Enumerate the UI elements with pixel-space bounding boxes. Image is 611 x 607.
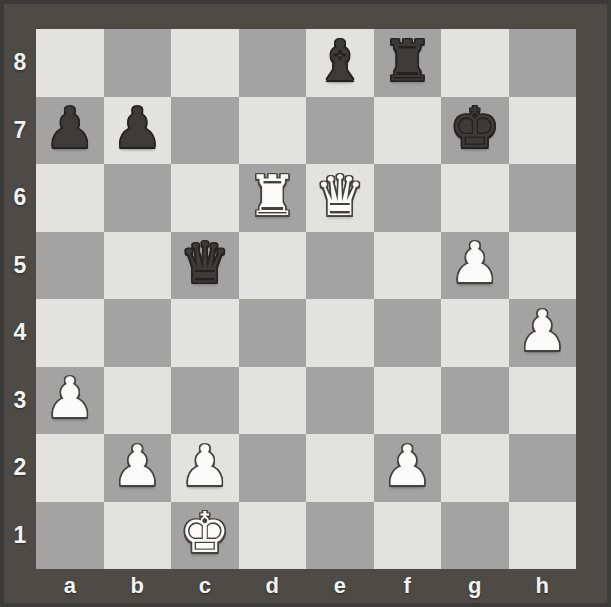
square-c4[interactable]	[171, 299, 239, 367]
square-g1[interactable]	[441, 502, 509, 570]
square-e3[interactable]	[306, 367, 374, 435]
file-label-e: e	[306, 569, 374, 603]
square-d7[interactable]	[239, 97, 307, 165]
square-g3[interactable]	[441, 367, 509, 435]
square-h3[interactable]	[509, 367, 577, 435]
square-a5[interactable]	[36, 232, 104, 300]
piece-white-queen[interactable]: ♛	[315, 168, 365, 224]
square-d5[interactable]	[239, 232, 307, 300]
piece-white-pawn[interactable]: ♟	[450, 235, 500, 291]
piece-white-pawn[interactable]: ♟	[45, 370, 95, 426]
square-b7[interactable]: ♟	[104, 97, 172, 165]
square-h8[interactable]	[509, 29, 577, 97]
square-b4[interactable]	[104, 299, 172, 367]
square-f5[interactable]	[374, 232, 442, 300]
square-e7[interactable]	[306, 97, 374, 165]
piece-black-pawn[interactable]: ♟	[45, 100, 95, 156]
square-b3[interactable]	[104, 367, 172, 435]
square-f4[interactable]	[374, 299, 442, 367]
piece-black-bishop[interactable]: ♝	[315, 33, 365, 89]
square-f8[interactable]: ♜	[374, 29, 442, 97]
square-g8[interactable]	[441, 29, 509, 97]
square-f2[interactable]: ♟	[374, 434, 442, 502]
square-a1[interactable]	[36, 502, 104, 570]
square-e1[interactable]	[306, 502, 374, 570]
square-c7[interactable]	[171, 97, 239, 165]
piece-black-queen[interactable]: ♛	[180, 235, 230, 291]
square-h4[interactable]: ♟	[509, 299, 577, 367]
piece-black-pawn[interactable]: ♟	[112, 100, 162, 156]
square-d8[interactable]	[239, 29, 307, 97]
square-g2[interactable]	[441, 434, 509, 502]
square-h6[interactable]	[509, 164, 577, 232]
rank-labels: 87654321	[4, 29, 36, 569]
file-label-d: d	[239, 569, 307, 603]
square-a3[interactable]: ♟	[36, 367, 104, 435]
rank-label-7: 7	[4, 97, 36, 165]
square-f1[interactable]	[374, 502, 442, 570]
square-d3[interactable]	[239, 367, 307, 435]
square-e4[interactable]	[306, 299, 374, 367]
square-c3[interactable]	[171, 367, 239, 435]
file-label-b: b	[104, 569, 172, 603]
square-e2[interactable]	[306, 434, 374, 502]
square-a4[interactable]	[36, 299, 104, 367]
square-c6[interactable]	[171, 164, 239, 232]
piece-white-pawn[interactable]: ♟	[382, 438, 432, 494]
file-label-a: a	[36, 569, 104, 603]
square-b8[interactable]	[104, 29, 172, 97]
square-c5[interactable]: ♛	[171, 232, 239, 300]
square-g5[interactable]: ♟	[441, 232, 509, 300]
file-label-f: f	[374, 569, 442, 603]
square-g7[interactable]: ♚	[441, 97, 509, 165]
piece-white-pawn[interactable]: ♟	[517, 303, 567, 359]
piece-white-king[interactable]: ♚	[180, 505, 230, 561]
square-b6[interactable]	[104, 164, 172, 232]
square-e5[interactable]	[306, 232, 374, 300]
square-f6[interactable]	[374, 164, 442, 232]
square-c1[interactable]: ♚	[171, 502, 239, 570]
rank-label-3: 3	[4, 367, 36, 435]
file-label-h: h	[509, 569, 577, 603]
square-h5[interactable]	[509, 232, 577, 300]
square-d6[interactable]: ♜	[239, 164, 307, 232]
rank-label-6: 6	[4, 164, 36, 232]
square-f3[interactable]	[374, 367, 442, 435]
square-d1[interactable]	[239, 502, 307, 570]
file-label-g: g	[441, 569, 509, 603]
square-g6[interactable]	[441, 164, 509, 232]
square-h7[interactable]	[509, 97, 577, 165]
square-f7[interactable]	[374, 97, 442, 165]
square-e6[interactable]: ♛	[306, 164, 374, 232]
square-a7[interactable]: ♟	[36, 97, 104, 165]
piece-white-pawn[interactable]: ♟	[112, 438, 162, 494]
square-g4[interactable]	[441, 299, 509, 367]
rank-label-4: 4	[4, 299, 36, 367]
square-h2[interactable]	[509, 434, 577, 502]
square-b1[interactable]	[104, 502, 172, 570]
rank-label-2: 2	[4, 434, 36, 502]
square-b2[interactable]: ♟	[104, 434, 172, 502]
square-c8[interactable]	[171, 29, 239, 97]
square-a6[interactable]	[36, 164, 104, 232]
piece-black-king[interactable]: ♚	[450, 100, 500, 156]
square-e8[interactable]: ♝	[306, 29, 374, 97]
chess-board: ♝♜♟♟♚♜♛♛♟♟♟♟♟♟♚	[36, 29, 576, 569]
rank-label-1: 1	[4, 502, 36, 570]
square-c2[interactable]: ♟	[171, 434, 239, 502]
square-a2[interactable]	[36, 434, 104, 502]
square-b5[interactable]	[104, 232, 172, 300]
rank-label-8: 8	[4, 29, 36, 97]
file-labels: abcdefgh	[36, 569, 576, 603]
square-h1[interactable]	[509, 502, 577, 570]
chess-board-frame: 87654321 ♝♜♟♟♚♜♛♛♟♟♟♟♟♟♚ abcdefgh	[0, 0, 611, 607]
square-d2[interactable]	[239, 434, 307, 502]
rank-label-5: 5	[4, 232, 36, 300]
square-d4[interactable]	[239, 299, 307, 367]
file-label-c: c	[171, 569, 239, 603]
piece-white-pawn[interactable]: ♟	[180, 438, 230, 494]
piece-white-rook[interactable]: ♜	[247, 168, 297, 224]
piece-black-rook[interactable]: ♜	[382, 33, 432, 89]
square-a8[interactable]	[36, 29, 104, 97]
